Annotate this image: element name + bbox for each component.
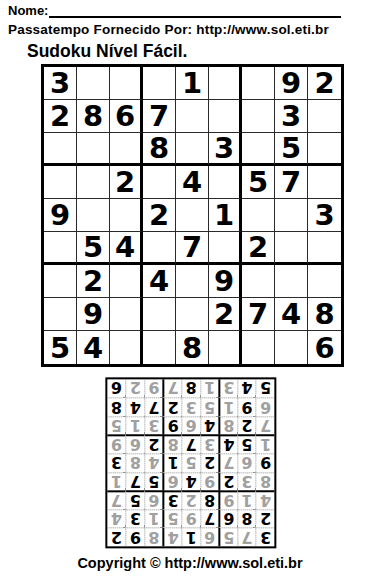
solution-cell-r3c3: 9: [219, 491, 238, 510]
sudoku-cell-r5c4: 2: [143, 199, 176, 232]
sudoku-cell-r6c4[interactable]: [143, 232, 176, 265]
solution-cell-r4c3: 2: [219, 472, 238, 491]
copyright-text: Copyright © http://www.sol.eti.br: [0, 555, 380, 571]
sudoku-cell-r7c5[interactable]: [176, 265, 209, 298]
solution-cell-r2c7: 1: [144, 509, 163, 528]
solution-cell-r4c1: 8: [256, 472, 275, 491]
solution-cell-r5c6: 1: [163, 453, 182, 472]
solution-cell-r3c9: 7: [107, 491, 126, 510]
solution-cell-r4c8: 7: [126, 472, 145, 491]
solution-cell-r1c6: 4: [163, 528, 182, 547]
sudoku-cell-r4c2[interactable]: [77, 166, 110, 199]
solution-cell-r7c9: 5: [107, 416, 126, 435]
sudoku-cell-r3c1[interactable]: [44, 133, 77, 166]
solution-cell-r2c5: 9: [181, 509, 200, 528]
solution-cell-r6c1: 1: [256, 435, 275, 454]
sudoku-cell-r3c5[interactable]: [176, 133, 209, 166]
sudoku-cell-r7c3[interactable]: [110, 265, 143, 298]
solution-cell-r1c9: 2: [107, 528, 126, 547]
solution-cell-r6c8: 6: [126, 435, 145, 454]
sudoku-cell-r5c6: 1: [209, 199, 242, 232]
sudoku-cell-r7c4: 4: [143, 265, 176, 298]
solution-cell-r5c1: 9: [256, 453, 275, 472]
sudoku-cell-r2c9[interactable]: [308, 100, 341, 133]
sudoku-cell-r7c9[interactable]: [308, 265, 341, 298]
sudoku-cell-r8c8: 4: [275, 298, 308, 331]
solution-cell-r9c6: 7: [163, 379, 182, 398]
solution-cell-r3c4: 8: [200, 491, 219, 510]
solution-cell-r3c8: 5: [126, 491, 145, 510]
sudoku-cell-r5c5[interactable]: [176, 199, 209, 232]
sudoku-cell-r3c9[interactable]: [308, 133, 341, 166]
solution-cell-r3c2: 1: [237, 491, 256, 510]
solution-cell-r8c4: 5: [200, 398, 219, 417]
solution-cell-r6c4: 3: [200, 435, 219, 454]
sudoku-cell-r9c5: 8: [176, 331, 209, 364]
solution-cell-r8c2: 9: [237, 398, 256, 417]
sudoku-cell-r4c5: 4: [176, 166, 209, 199]
sudoku-cell-r8c4[interactable]: [143, 298, 176, 331]
sudoku-cell-r8c2: 9: [77, 298, 110, 331]
sudoku-cell-r4c4[interactable]: [143, 166, 176, 199]
sudoku-cell-r8c9: 8: [308, 298, 341, 331]
sudoku-cell-r3c7[interactable]: [242, 133, 275, 166]
sudoku-cell-r3c3[interactable]: [110, 133, 143, 166]
sudoku-cell-r9c9: 6: [308, 331, 341, 364]
solution-cell-r6c3: 4: [219, 435, 238, 454]
sudoku-cell-r9c6[interactable]: [209, 331, 242, 364]
solution-cell-r2c1: 2: [256, 509, 275, 528]
sudoku-cell-r8c6: 2: [209, 298, 242, 331]
solution-cell-r9c3: 3: [219, 379, 238, 398]
sudoku-cell-r2c3: 6: [110, 100, 143, 133]
solution-cell-r4c6: 6: [163, 472, 182, 491]
solution-cell-r9c7: 9: [144, 379, 163, 398]
sudoku-cell-r6c9[interactable]: [308, 232, 341, 265]
solution-cell-r7c1: 7: [256, 416, 275, 435]
sudoku-cell-r2c2: 8: [77, 100, 110, 133]
solution-cell-r1c3: 5: [219, 528, 238, 547]
solution-cell-r5c4: 2: [200, 453, 219, 472]
solution-cell-r9c9: 6: [107, 379, 126, 398]
sudoku-cell-r5c3[interactable]: [110, 199, 143, 232]
sudoku-cell-r3c6: 3: [209, 133, 242, 166]
solution-cell-r5c3: 7: [219, 453, 238, 472]
solution-cell-r3c7: 6: [144, 491, 163, 510]
solution-cell-r6c9: 9: [107, 435, 126, 454]
sudoku-cell-r4c7: 5: [242, 166, 275, 199]
sudoku-cell-r6c2: 5: [77, 232, 110, 265]
sudoku-cell-r2c4: 7: [143, 100, 176, 133]
sudoku-cell-r2c8: 3: [275, 100, 308, 133]
sudoku-cell-r9c1: 5: [44, 331, 77, 364]
solution-cell-r5c2: 6: [237, 453, 256, 472]
sudoku-cell-r8c3[interactable]: [110, 298, 143, 331]
provided-by-text: Passatempo Fornecido Por: http://www.sol…: [8, 22, 329, 37]
sudoku-cell-r9c4[interactable]: [143, 331, 176, 364]
sudoku-cell-r6c3: 4: [110, 232, 143, 265]
sudoku-cell-r1c9: 2: [308, 67, 341, 100]
solution-cell-r6c6: 8: [163, 435, 182, 454]
sudoku-cell-r4c9[interactable]: [308, 166, 341, 199]
solution-cell-r1c5: 1: [181, 528, 200, 547]
sudoku-cell-r6c7: 2: [242, 232, 275, 265]
sudoku-cell-r5c2[interactable]: [77, 199, 110, 232]
solution-cell-r4c5: 4: [181, 472, 200, 491]
sudoku-cell-r6c8[interactable]: [275, 232, 308, 265]
name-row: Nome:: [8, 3, 341, 18]
solution-cell-r1c1: 3: [256, 528, 275, 547]
solution-cell-r7c6: 9: [163, 416, 182, 435]
solution-cell-r7c8: 1: [126, 416, 145, 435]
sudoku-cell-r6c5: 7: [176, 232, 209, 265]
sudoku-cell-r1c4[interactable]: [143, 67, 176, 100]
solution-cell-r7c3: 8: [219, 416, 238, 435]
solution-cell-r4c9: 1: [107, 472, 126, 491]
sudoku-cell-r9c3[interactable]: [110, 331, 143, 364]
sudoku-cell-r8c7: 7: [242, 298, 275, 331]
sudoku-cell-r6c1[interactable]: [44, 232, 77, 265]
sudoku-cell-r1c1: 3: [44, 67, 77, 100]
sudoku-cell-r4c8: 7: [275, 166, 308, 199]
solution-cell-r9c1: 5: [256, 379, 275, 398]
solution-cell-r2c9: 4: [107, 509, 126, 528]
solution-cell-r7c4: 4: [200, 416, 219, 435]
solution-cell-r4c7: 5: [144, 472, 163, 491]
solution-cell-r2c6: 5: [163, 509, 182, 528]
sudoku-cell-r1c5: 1: [176, 67, 209, 100]
solution-cell-r4c2: 3: [237, 472, 256, 491]
sudoku-cell-r7c1[interactable]: [44, 265, 77, 298]
solution-cell-r7c7: 3: [144, 416, 163, 435]
sudoku-cell-r7c6: 9: [209, 265, 242, 298]
sudoku-cell-r4c1[interactable]: [44, 166, 77, 199]
solution-cell-r4c4: 9: [200, 472, 219, 491]
solution-cell-r5c7: 4: [144, 453, 163, 472]
sudoku-cell-r5c9: 3: [308, 199, 341, 232]
solution-cell-r6c2: 5: [237, 435, 256, 454]
sudoku-cell-r4c3: 2: [110, 166, 143, 199]
solution-cell-r3c6: 3: [163, 491, 182, 510]
solution-cell-r3c5: 2: [181, 491, 200, 510]
sudoku-cell-r7c8[interactable]: [275, 265, 308, 298]
sudoku-cell-r3c4: 8: [143, 133, 176, 166]
sudoku-cell-r1c7[interactable]: [242, 67, 275, 100]
solution-cell-r8c9: 8: [107, 398, 126, 417]
sudoku-cell-r5c7[interactable]: [242, 199, 275, 232]
sudoku-cell-r1c8: 9: [275, 67, 308, 100]
sudoku-cell-r5c8[interactable]: [275, 199, 308, 232]
solution-cell-r8c3: 1: [219, 398, 238, 417]
solution-cell-r9c8: 2: [126, 379, 145, 398]
solution-cell-r1c2: 7: [237, 528, 256, 547]
sudoku-cell-r3c2[interactable]: [77, 133, 110, 166]
sudoku-cell-r9c8[interactable]: [275, 331, 308, 364]
solution-cell-r3c1: 4: [256, 491, 275, 510]
page-title: Sudoku Nível Fácil.: [27, 41, 187, 62]
sudoku-cell-r2c7[interactable]: [242, 100, 275, 133]
sudoku-cell-r7c7[interactable]: [242, 265, 275, 298]
sudoku-grid: 319228673835245792135472249927485486: [41, 64, 344, 367]
sudoku-cell-r8c5[interactable]: [176, 298, 209, 331]
sudoku-cell-r4c6[interactable]: [209, 166, 242, 199]
solution-cell-r7c5: 6: [181, 416, 200, 435]
solution-cell-r9c5: 8: [181, 379, 200, 398]
sudoku-cell-r9c7[interactable]: [242, 331, 275, 364]
name-label: Nome:: [8, 3, 48, 18]
sudoku-cell-r2c5[interactable]: [176, 100, 209, 133]
name-underline: [49, 3, 341, 18]
solution-cell-r5c5: 5: [181, 453, 200, 472]
solution-cell-r8c7: 7: [144, 398, 163, 417]
sudoku-cell-r1c2[interactable]: [77, 67, 110, 100]
solution-cell-r5c9: 3: [107, 453, 126, 472]
solution-cell-r7c2: 2: [237, 416, 256, 435]
solution-cell-r1c8: 9: [126, 528, 145, 547]
solution-cell-r9c2: 4: [237, 379, 256, 398]
sudoku-cell-r2c6[interactable]: [209, 100, 242, 133]
sudoku-cell-r2c1: 2: [44, 100, 77, 133]
solution-cell-r2c8: 3: [126, 509, 145, 528]
sudoku-cell-r6c6[interactable]: [209, 232, 242, 265]
solution-cell-r9c4: 1: [200, 379, 219, 398]
sudoku-cell-r9c2: 4: [77, 331, 110, 364]
solution-cell-r2c2: 8: [237, 509, 256, 528]
solution-grid: 3756148922867951344198236578329465719672…: [105, 377, 276, 548]
sudoku-cell-r7c2: 2: [77, 265, 110, 298]
solution-cell-r6c5: 7: [181, 435, 200, 454]
solution-cell-r2c4: 7: [200, 509, 219, 528]
solution-cell-r1c4: 6: [200, 528, 219, 547]
solution-cell-r2c3: 6: [219, 509, 238, 528]
sudoku-cell-r1c6[interactable]: [209, 67, 242, 100]
solution-cell-r6c7: 2: [144, 435, 163, 454]
solution-cell-r8c8: 4: [126, 398, 145, 417]
sudoku-cell-r1c3[interactable]: [110, 67, 143, 100]
sudoku-cell-r5c1: 9: [44, 199, 77, 232]
solution-cell-r5c8: 8: [126, 453, 145, 472]
sudoku-cell-r3c8: 5: [275, 133, 308, 166]
solution-cell-r1c7: 8: [144, 528, 163, 547]
solution-cell-r8c6: 2: [163, 398, 182, 417]
solution-cell-r8c1: 6: [256, 398, 275, 417]
sudoku-cell-r8c1[interactable]: [44, 298, 77, 331]
solution-cell-r8c5: 3: [181, 398, 200, 417]
